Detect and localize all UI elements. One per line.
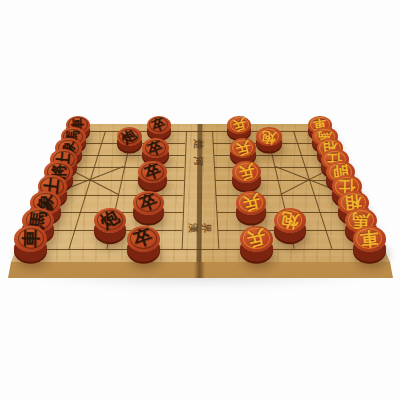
piece-black-車[interactable]: 車 <box>14 226 47 252</box>
piece-red-兵[interactable]: 兵 <box>240 226 273 252</box>
piece-character: 卒 <box>146 139 165 158</box>
product-photo-scene: 楚河 漢界 車馬象士將士象馬車炮炮卒卒卒卒卒兵兵兵兵兵炮炮車馬相仕帥仕相馬車 <box>0 0 400 400</box>
piece-red-兵[interactable]: 兵 <box>230 138 256 159</box>
piece-character: 卒 <box>132 227 155 250</box>
piece-red-兵[interactable]: 兵 <box>227 116 251 135</box>
piece-red-炮[interactable]: 炮 <box>274 208 306 233</box>
piece-black-炮[interactable]: 炮 <box>94 208 126 233</box>
piece-character: 卒 <box>142 162 162 182</box>
piece-black-炮[interactable]: 炮 <box>117 127 142 147</box>
pieces-layer: 車馬象士將士象馬車炮炮卒卒卒卒卒兵兵兵兵兵炮炮車馬相仕帥仕相馬車 <box>0 0 400 400</box>
piece-character: 卒 <box>150 116 167 133</box>
piece-character: 車 <box>359 229 379 249</box>
piece-character: 車 <box>21 229 40 248</box>
piece-black-卒[interactable]: 卒 <box>133 191 164 215</box>
piece-character: 兵 <box>241 193 261 213</box>
piece-character: 炮 <box>98 208 122 232</box>
piece-red-炮[interactable]: 炮 <box>256 127 281 147</box>
piece-character: 卒 <box>138 192 160 214</box>
piece-red-兵[interactable]: 兵 <box>236 191 267 215</box>
piece-character: 炮 <box>261 129 277 145</box>
piece-character: 兵 <box>234 139 251 156</box>
piece-character: 兵 <box>246 228 268 250</box>
piece-character: 兵 <box>237 162 256 181</box>
piece-black-卒[interactable]: 卒 <box>147 116 171 135</box>
piece-character: 炮 <box>279 210 300 231</box>
piece-black-卒[interactable]: 卒 <box>138 161 167 183</box>
piece-red-車[interactable]: 車 <box>353 226 386 252</box>
piece-red-兵[interactable]: 兵 <box>232 161 261 183</box>
piece-black-卒[interactable]: 卒 <box>127 226 160 252</box>
piece-character: 炮 <box>120 127 139 146</box>
piece-black-卒[interactable]: 卒 <box>142 138 168 159</box>
piece-character: 兵 <box>231 117 247 133</box>
